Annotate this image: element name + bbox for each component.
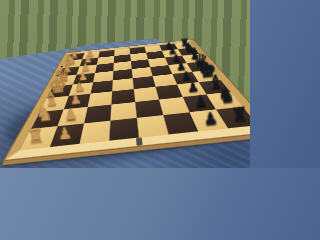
piece-black-pawn-h7[interactable]: ♟ xyxy=(203,110,219,128)
piece-white-rook-h1[interactable]: ♜ xyxy=(26,125,45,146)
piece-white-knight-g1[interactable]: ♞ xyxy=(35,104,55,125)
piece-white-pawn-f2[interactable]: ♟ xyxy=(69,93,82,107)
piece-white-pawn-g2[interactable]: ♟ xyxy=(64,107,78,123)
board-clasp xyxy=(136,137,143,146)
piece-white-pawn-h2[interactable]: ♟ xyxy=(57,125,73,143)
square-h3[interactable] xyxy=(80,121,111,144)
square-g5[interactable] xyxy=(135,100,163,118)
square-h4[interactable] xyxy=(109,118,139,141)
piece-black-rook-h8[interactable]: ♜ xyxy=(230,104,249,125)
dark-finial-icon xyxy=(55,70,58,76)
square-h8[interactable]: ♜ xyxy=(216,107,250,128)
chess-board: ♜♟♟♜♞♟♟♞♝♟♟♝♛♟♟♛♚♟♟♚♝♟♟♝♞♟♟♞♜♟♟♜ xyxy=(37,0,213,160)
natural-finial-icon xyxy=(205,55,208,61)
piece-black-pawn-g7[interactable]: ♟ xyxy=(194,93,208,109)
dark-finial-icon xyxy=(61,62,63,67)
natural-finial-icon xyxy=(198,48,200,53)
